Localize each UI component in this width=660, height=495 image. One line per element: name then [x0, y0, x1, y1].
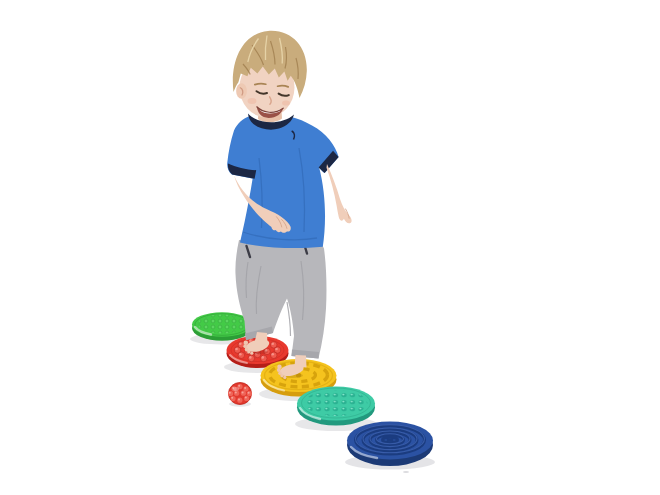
- green-nub-texture: [198, 315, 246, 334]
- photo-canvas: [0, 0, 660, 495]
- teal-bump-texture: [305, 390, 368, 416]
- scene-illustration: [0, 0, 660, 495]
- floor-speck: [403, 471, 409, 473]
- stepping-stone-blue: [347, 422, 433, 467]
- stepping-stone-teal: [297, 387, 375, 426]
- cheek-blush: [248, 98, 257, 104]
- stepping-stone-green: [192, 312, 252, 341]
- ear: [236, 83, 247, 99]
- massage-ball: [228, 383, 252, 405]
